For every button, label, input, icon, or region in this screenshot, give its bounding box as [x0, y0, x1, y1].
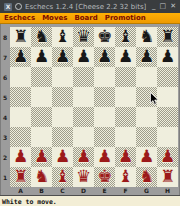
square-g2[interactable]: ♟ [136, 147, 157, 167]
square-a5[interactable] [10, 87, 31, 107]
file-label-e: E [94, 187, 115, 195]
title-bar[interactable]: X Eschecs 1.2.4 [Cheese 2.2 32 bits] _ □… [0, 0, 180, 13]
white-knight: ♞ [136, 167, 157, 187]
square-b6[interactable] [31, 67, 52, 87]
square-g8[interactable]: ♞ [136, 27, 157, 47]
square-c2[interactable]: ♟ [52, 147, 73, 167]
file-label-d: D [73, 187, 94, 195]
menu-item-board[interactable]: Board [74, 14, 97, 22]
white-knight: ♞ [31, 167, 52, 187]
square-g6[interactable] [136, 67, 157, 87]
square-a2[interactable]: ♟ [10, 147, 31, 167]
white-rook: ♜ [157, 167, 178, 187]
black-bishop: ♝ [52, 27, 73, 47]
white-queen: ♛ [73, 167, 94, 187]
status-bar: White to move. [0, 195, 180, 206]
file-labels: ABCDEFGH [10, 187, 178, 195]
square-c7[interactable]: ♟ [52, 47, 73, 67]
black-rook: ♜ [10, 27, 31, 47]
window-controls: _ □ ✕ [152, 2, 176, 11]
square-h4[interactable] [157, 107, 178, 127]
square-h1[interactable]: ♜ [157, 167, 178, 187]
rank-label-7: 7 [0, 47, 10, 67]
square-c8[interactable]: ♝ [52, 27, 73, 47]
square-a6[interactable] [10, 67, 31, 87]
maximize-button[interactable]: □ [160, 2, 167, 11]
file-label-a: A [10, 187, 31, 195]
square-g4[interactable] [136, 107, 157, 127]
square-f1[interactable]: ♝ [115, 167, 136, 187]
white-pawn: ♟ [115, 147, 136, 167]
square-b5[interactable] [31, 87, 52, 107]
square-b8[interactable]: ♞ [31, 27, 52, 47]
square-c4[interactable] [52, 107, 73, 127]
square-g5[interactable] [136, 87, 157, 107]
file-label-g: G [136, 187, 157, 195]
file-label-b: B [31, 187, 52, 195]
square-a8[interactable]: ♜ [10, 27, 31, 47]
square-c6[interactable] [52, 67, 73, 87]
square-a1[interactable]: ♜ [10, 167, 31, 187]
white-pawn: ♟ [157, 147, 178, 167]
square-b7[interactable]: ♟ [31, 47, 52, 67]
file-label-h: H [157, 187, 178, 195]
menu-bar: Eschecs Moves Board Promotion [0, 13, 180, 24]
square-g1[interactable]: ♞ [136, 167, 157, 187]
square-h2[interactable]: ♟ [157, 147, 178, 167]
square-a7[interactable]: ♟ [10, 47, 31, 67]
black-pawn: ♟ [73, 47, 94, 67]
square-h6[interactable] [157, 67, 178, 87]
rank-labels: 87654321 [0, 27, 10, 187]
square-f2[interactable]: ♟ [115, 147, 136, 167]
square-f6[interactable] [115, 67, 136, 87]
square-c5[interactable] [52, 87, 73, 107]
minimize-button[interactable]: _ [152, 2, 156, 11]
square-g7[interactable]: ♟ [136, 47, 157, 67]
rank-label-3: 3 [0, 127, 10, 147]
square-b4[interactable] [31, 107, 52, 127]
white-pawn: ♟ [73, 147, 94, 167]
square-f8[interactable]: ♝ [115, 27, 136, 47]
square-e5[interactable] [94, 87, 115, 107]
rank-label-2: 2 [0, 147, 10, 167]
square-d4[interactable] [73, 107, 94, 127]
black-pawn: ♟ [136, 47, 157, 67]
black-knight: ♞ [136, 27, 157, 47]
menu-item-promotion[interactable]: Promotion [105, 14, 146, 22]
square-f5[interactable] [115, 87, 136, 107]
square-f4[interactable] [115, 107, 136, 127]
square-d1[interactable]: ♛ [73, 167, 94, 187]
white-pawn: ♟ [94, 147, 115, 167]
square-g3[interactable] [136, 127, 157, 147]
square-h8[interactable]: ♜ [157, 27, 178, 47]
square-h5[interactable] [157, 87, 178, 107]
close-button[interactable]: ✕ [170, 2, 176, 11]
square-e2[interactable]: ♟ [94, 147, 115, 167]
rank-label-5: 5 [0, 87, 10, 107]
rank-label-8: 8 [0, 27, 10, 47]
square-e4[interactable] [94, 107, 115, 127]
square-b3[interactable] [31, 127, 52, 147]
window-title: Eschecs 1.2.4 [Cheese 2.2 32 bits] [25, 3, 149, 11]
black-pawn: ♟ [157, 47, 178, 67]
window-menu-icon[interactable] [15, 3, 22, 10]
app-icon[interactable]: X [4, 3, 12, 11]
square-b2[interactable]: ♟ [31, 147, 52, 167]
rank-label-4: 4 [0, 107, 10, 127]
black-pawn: ♟ [52, 47, 73, 67]
file-label-c: C [52, 187, 73, 195]
square-e3[interactable] [94, 127, 115, 147]
black-knight: ♞ [31, 27, 52, 47]
black-king: ♚ [94, 27, 115, 47]
square-c3[interactable] [52, 127, 73, 147]
square-d8[interactable]: ♛ [73, 27, 94, 47]
menu-item-moves[interactable]: Moves [42, 14, 67, 22]
black-pawn: ♟ [31, 47, 52, 67]
square-c1[interactable]: ♝ [52, 167, 73, 187]
chess-board: ♜♞♝♛♚♝♞♜♟♟♟♟♟♟♟♟♟♟♟♟♟♟♟♟♜♞♝♛♚♝♞♜ [10, 27, 178, 187]
square-e6[interactable] [94, 67, 115, 87]
square-e1[interactable]: ♚ [94, 167, 115, 187]
square-d5[interactable] [73, 87, 94, 107]
black-bishop: ♝ [115, 27, 136, 47]
square-f7[interactable]: ♟ [115, 47, 136, 67]
status-text: White to move. [2, 198, 57, 206]
square-a3[interactable] [10, 127, 31, 147]
square-d3[interactable] [73, 127, 94, 147]
white-pawn: ♟ [52, 147, 73, 167]
white-pawn: ♟ [136, 147, 157, 167]
square-d6[interactable] [73, 67, 94, 87]
square-e7[interactable]: ♟ [94, 47, 115, 67]
black-rook: ♜ [157, 27, 178, 47]
rank-label-6: 6 [0, 67, 10, 87]
white-king: ♚ [94, 167, 115, 187]
white-pawn: ♟ [10, 147, 31, 167]
file-label-f: F [115, 187, 136, 195]
square-d7[interactable]: ♟ [73, 47, 94, 67]
menu-item-eschecs[interactable]: Eschecs [4, 14, 35, 22]
white-bishop: ♝ [52, 167, 73, 187]
square-a4[interactable] [10, 107, 31, 127]
white-pawn: ♟ [31, 147, 52, 167]
square-b1[interactable]: ♞ [31, 167, 52, 187]
black-pawn: ♟ [94, 47, 115, 67]
white-rook: ♜ [10, 167, 31, 187]
rank-label-1: 1 [0, 167, 10, 187]
square-e8[interactable]: ♚ [94, 27, 115, 47]
black-pawn: ♟ [115, 47, 136, 67]
white-bishop: ♝ [115, 167, 136, 187]
square-f3[interactable] [115, 127, 136, 147]
square-d2[interactable]: ♟ [73, 147, 94, 167]
black-pawn: ♟ [10, 47, 31, 67]
square-h7[interactable]: ♟ [157, 47, 178, 67]
eschecs-window: X Eschecs 1.2.4 [Cheese 2.2 32 bits] _ □… [0, 0, 180, 206]
square-h3[interactable] [157, 127, 178, 147]
black-queen: ♛ [73, 27, 94, 47]
